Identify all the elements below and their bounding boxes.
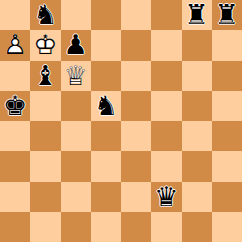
black-knight-glyph: ♞ [91, 91, 121, 121]
square-f2[interactable]: ♛ [151, 182, 181, 212]
square-g6[interactable] [182, 61, 212, 91]
square-a8[interactable] [0, 0, 30, 30]
square-c3[interactable] [61, 151, 91, 181]
square-c7[interactable]: ♟ [61, 30, 91, 60]
piece-black-knight: ♞ [91, 91, 121, 121]
piece-white-queen: ♛♕ [61, 61, 91, 91]
square-b8[interactable]: ♞ [30, 0, 60, 30]
square-h8[interactable]: ♜ [212, 0, 242, 30]
square-c8[interactable] [61, 0, 91, 30]
white-queen-glyph: ♛ [61, 61, 91, 91]
square-c5[interactable] [61, 91, 91, 121]
square-d5[interactable]: ♞ [91, 91, 121, 121]
square-h7[interactable] [212, 30, 242, 60]
piece-black-knight: ♞ [30, 0, 60, 30]
white-king-glyph: ♚ [30, 30, 60, 60]
square-a2[interactable] [0, 182, 30, 212]
square-f5[interactable] [151, 91, 181, 121]
square-f6[interactable] [151, 61, 181, 91]
piece-black-queen: ♛ [151, 182, 181, 212]
piece-black-pawn: ♟ [61, 30, 91, 60]
square-h1[interactable] [212, 212, 242, 242]
black-bishop-glyph: ♝ [30, 61, 60, 91]
white-pawn-outline: ♙ [0, 30, 30, 60]
square-f8[interactable] [151, 0, 181, 30]
square-a7[interactable]: ♟♙ [0, 30, 30, 60]
square-d7[interactable] [91, 30, 121, 60]
square-g4[interactable] [182, 121, 212, 151]
square-c1[interactable] [61, 212, 91, 242]
black-knight-glyph: ♞ [30, 0, 60, 30]
square-h3[interactable] [212, 151, 242, 181]
square-f4[interactable] [151, 121, 181, 151]
piece-black-rook: ♜ [182, 0, 212, 30]
chess-diagram: ♞♜♜♟♙♚♔♟♝♛♕♚♞♛ [0, 0, 242, 242]
square-h4[interactable] [212, 121, 242, 151]
black-pawn-glyph: ♟ [61, 30, 91, 60]
chess-board: ♞♜♜♟♙♚♔♟♝♛♕♚♞♛ [0, 0, 242, 242]
square-h2[interactable] [212, 182, 242, 212]
white-king-outline: ♔ [30, 30, 60, 60]
square-b5[interactable] [30, 91, 60, 121]
square-b1[interactable] [30, 212, 60, 242]
square-b2[interactable] [30, 182, 60, 212]
square-b6[interactable]: ♝ [30, 61, 60, 91]
white-queen-outline: ♕ [61, 61, 91, 91]
square-e7[interactable] [121, 30, 151, 60]
square-a6[interactable] [0, 61, 30, 91]
square-d2[interactable] [91, 182, 121, 212]
square-d3[interactable] [91, 151, 121, 181]
square-b3[interactable] [30, 151, 60, 181]
piece-white-pawn: ♟♙ [0, 30, 30, 60]
square-d1[interactable] [91, 212, 121, 242]
square-g1[interactable] [182, 212, 212, 242]
square-c6[interactable]: ♛♕ [61, 61, 91, 91]
black-king-glyph: ♚ [0, 91, 30, 121]
square-f1[interactable] [151, 212, 181, 242]
square-e2[interactable] [121, 182, 151, 212]
square-d8[interactable] [91, 0, 121, 30]
square-g5[interactable] [182, 91, 212, 121]
black-queen-glyph: ♛ [151, 182, 181, 212]
square-e8[interactable] [121, 0, 151, 30]
square-h6[interactable] [212, 61, 242, 91]
piece-black-rook: ♜ [212, 0, 242, 30]
square-e5[interactable] [121, 91, 151, 121]
square-b7[interactable]: ♚♔ [30, 30, 60, 60]
square-g3[interactable] [182, 151, 212, 181]
square-e1[interactable] [121, 212, 151, 242]
square-d6[interactable] [91, 61, 121, 91]
square-f7[interactable] [151, 30, 181, 60]
piece-black-king: ♚ [0, 91, 30, 121]
square-f3[interactable] [151, 151, 181, 181]
piece-white-king: ♚♔ [30, 30, 60, 60]
square-g7[interactable] [182, 30, 212, 60]
square-g8[interactable]: ♜ [182, 0, 212, 30]
square-a4[interactable] [0, 121, 30, 151]
square-e6[interactable] [121, 61, 151, 91]
square-a3[interactable] [0, 151, 30, 181]
square-e3[interactable] [121, 151, 151, 181]
square-a1[interactable] [0, 212, 30, 242]
square-e4[interactable] [121, 121, 151, 151]
square-a5[interactable]: ♚ [0, 91, 30, 121]
white-pawn-glyph: ♟ [0, 30, 30, 60]
square-d4[interactable] [91, 121, 121, 151]
black-rook-glyph: ♜ [212, 0, 242, 30]
square-c4[interactable] [61, 121, 91, 151]
square-g2[interactable] [182, 182, 212, 212]
black-rook-glyph: ♜ [182, 0, 212, 30]
piece-black-bishop: ♝ [30, 61, 60, 91]
square-b4[interactable] [30, 121, 60, 151]
square-c2[interactable] [61, 182, 91, 212]
square-h5[interactable] [212, 91, 242, 121]
